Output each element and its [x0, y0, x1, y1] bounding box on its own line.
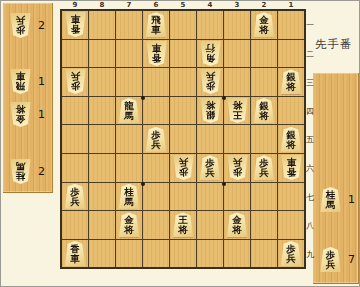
square-84[interactable]: [89, 97, 115, 125]
square-54[interactable]: [170, 97, 196, 125]
piece-kanji: 兵: [16, 15, 26, 25]
square-88[interactable]: [89, 211, 115, 239]
square-71[interactable]: [116, 11, 142, 39]
piece-promoted-bishop-sente[interactable]: 龍馬: [118, 98, 141, 123]
square-92[interactable]: [62, 40, 88, 68]
square-83[interactable]: [89, 68, 115, 96]
piece-kanji: 香: [151, 53, 161, 63]
file-label-4: 4: [204, 1, 216, 9]
square-59[interactable]: [170, 240, 196, 268]
piece-kanji: 兵: [259, 168, 269, 178]
piece-gold-sente[interactable]: 金将: [118, 212, 141, 237]
file-label-2: 2: [258, 1, 270, 9]
square-18[interactable]: [278, 211, 304, 239]
square-48[interactable]: [197, 211, 223, 239]
square-52[interactable]: [170, 40, 196, 68]
piece-pawn-gote[interactable]: 歩兵: [199, 69, 222, 94]
piece-kanji: 車: [70, 254, 80, 264]
square-45[interactable]: [197, 125, 223, 153]
square-57[interactable]: [170, 183, 196, 211]
hand-sente-knight: 桂馬1: [319, 187, 355, 212]
rank-label-3: 三: [304, 77, 316, 88]
piece-pawn-gote[interactable]: 歩兵: [9, 13, 32, 38]
hand-gote-gold: 金将1: [9, 102, 45, 127]
square-76[interactable]: [116, 154, 142, 182]
board-grid: 香車飛車金将香車角行歩兵歩兵銀将龍馬銀将王将銀将歩兵銀将歩兵歩兵歩兵歩兵香車歩兵…: [62, 11, 304, 267]
square-87[interactable]: [89, 183, 115, 211]
piece-kanji: 兵: [70, 197, 80, 207]
piece-kanji: 角: [205, 53, 215, 63]
square-64[interactable]: [143, 97, 169, 125]
piece-kanji: 桂: [16, 171, 26, 181]
piece-kanji: 歩: [205, 81, 215, 91]
square-56[interactable]: 歩兵: [170, 154, 196, 182]
square-51[interactable]: [170, 11, 196, 39]
piece-kanji: 兵: [232, 157, 242, 167]
piece-lance-sente[interactable]: 香車: [64, 241, 87, 266]
hoshi-dot: [141, 96, 145, 100]
piece-pawn-sente[interactable]: 歩兵: [64, 184, 87, 209]
piece-kanji: 馬: [326, 200, 336, 210]
square-85[interactable]: [89, 125, 115, 153]
square-14[interactable]: [278, 97, 304, 125]
piece-rook-sente[interactable]: 飛車: [145, 12, 168, 37]
hand-count-gote-knight: 2: [38, 165, 45, 178]
piece-silver-gote[interactable]: 銀将: [199, 98, 222, 123]
piece-kanji: 兵: [178, 157, 188, 167]
piece-pawn-sente[interactable]: 歩兵: [319, 247, 342, 272]
square-74[interactable]: 龍馬: [116, 97, 142, 125]
square-41[interactable]: [197, 11, 223, 39]
piece-kanji: 将: [232, 225, 242, 235]
square-19[interactable]: 歩兵: [278, 240, 304, 268]
file-label-1: 1: [285, 1, 297, 9]
square-81[interactable]: [89, 11, 115, 39]
piece-silver-sente[interactable]: 銀将: [253, 98, 276, 123]
rank-label-9: 九: [304, 249, 316, 260]
rank-label-5: 五: [304, 134, 316, 145]
file-label-6: 6: [150, 1, 162, 9]
square-99[interactable]: 香車: [62, 240, 88, 268]
piece-kanji: 飛: [16, 81, 26, 91]
square-67[interactable]: [143, 183, 169, 211]
piece-kanji: 銀: [205, 110, 215, 120]
square-42[interactable]: 角行: [197, 40, 223, 68]
hand-count-sente-pawn: 7: [348, 253, 355, 266]
piece-king-sente[interactable]: 王将: [172, 212, 195, 237]
square-65[interactable]: 歩兵: [143, 125, 169, 153]
rank-label-7: 七: [304, 192, 316, 203]
square-82[interactable]: [89, 40, 115, 68]
square-38[interactable]: 金将: [224, 211, 250, 239]
piece-kanji: 兵: [326, 260, 336, 270]
square-79[interactable]: [116, 240, 142, 268]
square-66[interactable]: [143, 154, 169, 182]
piece-kanji: 兵: [205, 71, 215, 81]
piece-kanji: 馬: [124, 197, 134, 207]
piece-king-gote[interactable]: 王将: [226, 98, 249, 123]
square-75[interactable]: [116, 125, 142, 153]
square-61[interactable]: 飛車: [143, 11, 169, 39]
square-97[interactable]: 歩兵: [62, 183, 88, 211]
square-26[interactable]: 歩兵: [251, 154, 277, 182]
piece-kanji: 金: [16, 114, 26, 124]
rank-label-2: 二: [304, 49, 316, 60]
piece-kanji: 王: [232, 110, 242, 120]
square-78[interactable]: 金将: [116, 211, 142, 239]
piece-knight-gote[interactable]: 桂馬: [9, 159, 32, 184]
square-94[interactable]: [62, 97, 88, 125]
rank-label-4: 四: [304, 106, 316, 117]
piece-kanji: 将: [259, 111, 269, 121]
piece-bishop-gote[interactable]: 角行: [199, 41, 222, 66]
square-86[interactable]: [89, 154, 115, 182]
piece-kanji: 歩: [16, 25, 26, 35]
piece-kanji: 兵: [70, 71, 80, 81]
piece-kanji: 将: [178, 225, 188, 235]
piece-kanji: 歩: [178, 167, 188, 177]
rank-label-1: 一: [304, 20, 316, 31]
piece-lance-gote[interactable]: 香車: [280, 155, 303, 180]
piece-kanji: 車: [16, 71, 26, 81]
square-16[interactable]: 香車: [278, 154, 304, 182]
square-53[interactable]: [170, 68, 196, 96]
square-11[interactable]: [278, 11, 304, 39]
square-46[interactable]: 歩兵: [197, 154, 223, 182]
file-label-3: 3: [231, 1, 243, 9]
square-12[interactable]: [278, 40, 304, 68]
piece-pawn-gote[interactable]: 歩兵: [226, 155, 249, 180]
hand-gote-pawn: 歩兵2: [9, 13, 45, 38]
square-68[interactable]: [143, 211, 169, 239]
piece-gold-sente[interactable]: 金将: [253, 12, 276, 37]
square-95[interactable]: [62, 125, 88, 153]
piece-kanji: 香: [286, 167, 296, 177]
piece-kanji: 馬: [124, 111, 134, 121]
piece-kanji: 歩: [70, 81, 80, 91]
turn-indicator: 先手番: [315, 37, 353, 52]
hand-count-sente-knight: 1: [348, 193, 355, 206]
square-72[interactable]: [116, 40, 142, 68]
piece-kanji: 将: [16, 104, 26, 114]
square-34[interactable]: 王将: [224, 97, 250, 125]
piece-kanji: 将: [286, 82, 296, 92]
piece-gold-gote[interactable]: 金将: [9, 102, 32, 127]
square-43[interactable]: 歩兵: [197, 68, 223, 96]
square-44[interactable]: 銀将: [197, 97, 223, 125]
square-13[interactable]: 銀将: [278, 68, 304, 96]
square-17[interactable]: [278, 183, 304, 211]
square-22[interactable]: [251, 40, 277, 68]
hand-sente-pawn: 歩兵7: [319, 247, 355, 272]
file-label-9: 9: [69, 1, 81, 9]
piece-kanji: 将: [259, 25, 269, 35]
hand-count-gote-pawn: 2: [38, 19, 45, 32]
piece-knight-sente[interactable]: 桂馬: [118, 184, 141, 209]
hand-count-gote-gold: 1: [38, 108, 45, 121]
square-21[interactable]: 金将: [251, 11, 277, 39]
square-36[interactable]: 歩兵: [224, 154, 250, 182]
square-96[interactable]: [62, 154, 88, 182]
square-89[interactable]: [89, 240, 115, 268]
piece-kanji: 行: [205, 43, 215, 53]
square-63[interactable]: [143, 68, 169, 96]
piece-silver-sente[interactable]: 銀将: [280, 127, 303, 152]
square-24[interactable]: 銀将: [251, 97, 277, 125]
square-31[interactable]: [224, 11, 250, 39]
piece-pawn-sente[interactable]: 歩兵: [280, 241, 303, 266]
piece-kanji: 車: [151, 25, 161, 35]
piece-kanji: 将: [286, 140, 296, 150]
piece-kanji: 将: [124, 225, 134, 235]
sente-captured-tray: 桂馬1歩兵7: [313, 73, 359, 284]
piece-silver-sente[interactable]: 銀将: [280, 69, 303, 94]
piece-kanji: 歩: [232, 167, 242, 177]
hoshi-dot: [141, 182, 145, 186]
square-39[interactable]: [224, 240, 250, 268]
rank-label-8: 八: [304, 220, 316, 231]
file-label-5: 5: [177, 1, 189, 9]
square-25[interactable]: [251, 125, 277, 153]
rank-label-6: 六: [304, 163, 316, 174]
square-91[interactable]: 香車: [62, 11, 88, 39]
square-33[interactable]: [224, 68, 250, 96]
hand-count-gote-rook: 1: [38, 75, 45, 88]
square-28[interactable]: [251, 211, 277, 239]
square-69[interactable]: [143, 240, 169, 268]
hand-gote-rook: 飛車1: [9, 69, 45, 94]
file-label-8: 8: [96, 1, 108, 9]
square-37[interactable]: [224, 183, 250, 211]
hand-gote-knight: 桂馬2: [9, 159, 45, 184]
piece-gold-sente[interactable]: 金将: [226, 212, 249, 237]
piece-kanji: 将: [205, 100, 215, 110]
square-27[interactable]: [251, 183, 277, 211]
file-label-7: 7: [123, 1, 135, 9]
piece-lance-gote[interactable]: 香車: [145, 41, 168, 66]
piece-pawn-gote[interactable]: 歩兵: [64, 69, 87, 94]
hoshi-dot: [222, 96, 226, 100]
square-98[interactable]: [62, 211, 88, 239]
piece-pawn-sente[interactable]: 歩兵: [199, 155, 222, 180]
piece-kanji: 車: [70, 14, 80, 24]
piece-knight-sente[interactable]: 桂馬: [319, 187, 342, 212]
piece-kanji: 兵: [286, 254, 296, 264]
piece-pawn-sente[interactable]: 歩兵: [253, 155, 276, 180]
hoshi-dot: [222, 182, 226, 186]
square-62[interactable]: 香車: [143, 40, 169, 68]
square-58[interactable]: 王将: [170, 211, 196, 239]
square-55[interactable]: [170, 125, 196, 153]
square-29[interactable]: [251, 240, 277, 268]
square-35[interactable]: [224, 125, 250, 153]
square-49[interactable]: [197, 240, 223, 268]
square-23[interactable]: [251, 68, 277, 96]
piece-rook-gote[interactable]: 飛車: [9, 69, 32, 94]
piece-kanji: 兵: [151, 140, 161, 150]
square-77[interactable]: 桂馬: [116, 183, 142, 211]
piece-kanji: 兵: [205, 168, 215, 178]
piece-kanji: 馬: [16, 161, 26, 171]
gote-captured-tray: 歩兵2飛車1金将1桂馬2: [3, 3, 53, 193]
square-73[interactable]: [116, 68, 142, 96]
piece-kanji: 香: [70, 24, 80, 34]
square-32[interactable]: [224, 40, 250, 68]
piece-kanji: 車: [286, 157, 296, 167]
square-93[interactable]: 歩兵: [62, 68, 88, 96]
piece-pawn-gote[interactable]: 歩兵: [172, 155, 195, 180]
piece-pawn-sente[interactable]: 歩兵: [145, 127, 168, 152]
piece-kanji: 将: [232, 100, 242, 110]
square-15[interactable]: 銀将: [278, 125, 304, 153]
square-47[interactable]: [197, 183, 223, 211]
piece-kanji: 車: [151, 43, 161, 53]
shogi-board: 香車飛車金将香車角行歩兵歩兵銀将龍馬銀将王将銀将歩兵銀将歩兵歩兵歩兵歩兵香車歩兵…: [60, 9, 306, 269]
piece-lance-gote[interactable]: 香車: [64, 12, 87, 37]
